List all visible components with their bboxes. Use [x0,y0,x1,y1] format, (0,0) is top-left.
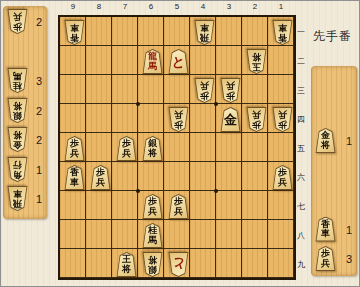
square-46[interactable] [190,162,215,190]
square-36[interactable] [216,162,241,190]
square-18[interactable] [268,220,293,248]
piece-sente-65[interactable]: 銀 将 [142,136,163,161]
square-47[interactable] [190,191,215,219]
square-87[interactable] [86,191,111,219]
piece-kanji: 飛 車 [200,21,209,42]
hand-piece-count: 2 [33,16,45,28]
rank-label-9: 九 [295,259,307,270]
piece-kanji: 香 車 [70,21,79,42]
piece-gote-33[interactable]: 歩 兵 [220,78,241,103]
square-92[interactable] [60,46,85,74]
hand-piece-count: 1 [343,135,355,147]
piece-gote-43[interactable]: 歩 兵 [194,78,215,103]
piece-kanji: 歩 兵 [226,79,235,100]
piece-kanji: 歩 兵 [278,168,287,189]
piece-sente-52[interactable]: と [168,49,189,74]
square-31[interactable] [216,17,241,45]
square-17[interactable] [268,191,293,219]
piece-gote-11[interactable]: 香 車 [272,20,293,45]
square-37[interactable] [216,191,241,219]
piece-kanji: 香 車 [321,220,330,241]
piece-kanji: 歩 兵 [122,139,131,160]
square-94[interactable] [60,104,85,132]
square-99[interactable] [60,249,85,277]
piece-gote-69[interactable]: 銀 将 [142,252,163,277]
piece-gote-41[interactable]: 飛 車 [194,20,215,45]
star-point [136,189,140,193]
rank-label-4: 四 [295,114,307,125]
hand-piece-count: 1 [343,224,355,236]
hand-piece-count: 1 [33,164,45,176]
square-58[interactable] [164,220,189,248]
piece-kanji: 香 車 [278,21,287,42]
hand-piece-count: 3 [33,75,45,87]
hand-piece-count: 1 [33,193,45,205]
square-81[interactable] [86,17,111,45]
piece-sente-34[interactable]: 金 [220,107,241,132]
piece-kanji: 歩 兵 [200,79,209,100]
hand-piece-gote-4[interactable]: 金 将 [7,127,28,152]
piece-kanji: 飛 車 [13,187,22,208]
piece-kanji: 桂 馬 [148,226,157,247]
piece-kanji: 銀 将 [148,253,157,274]
file-label-2: 2 [242,2,268,11]
hand-piece-sente-5[interactable]: 香 車 [315,217,336,242]
file-label-9: 9 [60,2,86,11]
square-78[interactable] [112,220,137,248]
hand-piece-count: 3 [343,253,355,265]
rank-label-8: 八 [295,230,307,241]
square-71[interactable] [112,17,137,45]
hand-piece-sente-2[interactable]: 金 将 [315,128,336,153]
piece-sente-75[interactable]: 歩 兵 [116,136,137,161]
piece-kanji: 歩 兵 [148,197,157,218]
piece-kanji: 角 行 [13,158,22,179]
gote-hand-tray: 歩 兵2桂 馬3銀 将2金 将2角 行1飛 車1 [3,6,47,219]
piece-sente-96[interactable]: 香 車 [64,165,85,190]
piece-kanji: 王 将 [122,255,131,276]
hand-piece-gote-0[interactable]: 歩 兵 [7,9,28,34]
square-98[interactable] [60,220,85,248]
hand-piece-count: 2 [33,134,45,146]
piece-kanji: 銀 将 [13,99,22,120]
hand-piece-sente-6[interactable]: 歩 兵 [315,246,336,271]
piece-gote-91[interactable]: 香 車 [64,20,85,45]
square-63[interactable] [138,75,163,103]
piece-gote-14[interactable]: 歩 兵 [272,107,293,132]
file-label-4: 4 [190,2,216,11]
square-88[interactable] [86,220,111,248]
file-label-3: 3 [216,2,242,11]
square-93[interactable] [60,75,85,103]
square-64[interactable] [138,104,163,132]
square-73[interactable] [112,75,137,103]
rank-label-2: 二 [295,56,307,67]
square-74[interactable] [112,104,137,132]
shogi-board: 香 車飛 車香 車龍 馬と玉 将歩 兵歩 兵歩 兵金歩 兵歩 兵歩 兵歩 兵銀 … [58,15,296,280]
square-49[interactable] [190,249,215,277]
square-76[interactable] [112,162,137,190]
hand-piece-gote-2[interactable]: 桂 馬 [7,68,28,93]
square-84[interactable] [86,104,111,132]
star-point [214,189,218,193]
piece-sente-68[interactable]: 桂 馬 [142,223,163,248]
square-42[interactable] [190,46,215,74]
square-39[interactable] [216,249,241,277]
square-21[interactable] [242,17,267,45]
file-label-5: 5 [164,2,190,11]
square-26[interactable] [242,162,267,190]
square-44[interactable] [190,104,215,132]
rank-label-6: 六 [295,172,307,183]
piece-sente-86[interactable]: 歩 兵 [90,165,111,190]
square-89[interactable] [86,249,111,277]
hand-piece-gote-5[interactable]: 角 行 [7,157,28,182]
hand-piece-gote-3[interactable]: 銀 将 [7,98,28,123]
piece-kanji: 歩 兵 [321,249,330,270]
square-45[interactable] [190,133,215,161]
piece-gote-24[interactable]: 歩 兵 [246,107,267,132]
rank-label-5: 五 [295,143,307,154]
square-53[interactable] [164,75,189,103]
hand-piece-gote-6[interactable]: 飛 車 [7,186,28,211]
piece-kanji: 金 将 [321,131,330,152]
file-label-8: 8 [86,2,112,11]
piece-kanji: 玉 将 [252,50,261,71]
square-56[interactable] [164,162,189,190]
square-27[interactable] [242,191,267,219]
square-19[interactable] [268,249,293,277]
piece-sente-62[interactable]: 龍 馬 [142,49,163,74]
square-28[interactable] [242,220,267,248]
square-38[interactable] [216,220,241,248]
square-32[interactable] [216,46,241,74]
star-point [136,102,140,106]
square-35[interactable] [216,133,241,161]
hand-piece-count: 2 [33,105,45,117]
rank-label-7: 七 [295,201,307,212]
square-29[interactable] [242,249,267,277]
square-51[interactable] [164,17,189,45]
square-82[interactable] [86,46,111,74]
shogi-app-window: 歩 兵2桂 馬3銀 将2金 将2角 行1飛 車1 金 将1香 車1歩 兵3 香 … [0,0,360,287]
piece-kanji: 歩 兵 [70,139,79,160]
square-12[interactable] [268,46,293,74]
square-48[interactable] [190,220,215,248]
piece-kanji: と [172,253,185,271]
square-55[interactable] [164,133,189,161]
file-label-7: 7 [112,2,138,11]
piece-kanji: 龍 馬 [148,52,157,73]
piece-kanji: 歩 兵 [174,108,183,129]
piece-kanji: と [172,55,185,73]
piece-kanji: 歩 兵 [96,168,105,189]
rank-label-3: 三 [295,85,307,96]
square-85[interactable] [86,133,111,161]
rank-label-1: 一 [295,27,307,38]
piece-sente-16[interactable]: 歩 兵 [272,165,293,190]
piece-kanji: 金 [224,113,237,131]
file-label-1: 1 [268,2,294,11]
piece-kanji: 金 将 [13,128,22,149]
piece-gote-59[interactable]: と [168,252,189,277]
piece-kanji: 歩 兵 [13,10,22,31]
piece-kanji: 香 車 [70,168,79,189]
piece-sente-57[interactable]: 歩 兵 [168,194,189,219]
file-label-6: 6 [138,2,164,11]
square-77[interactable] [112,191,137,219]
piece-sente-95[interactable]: 歩 兵 [64,136,85,161]
piece-kanji: 歩 兵 [278,108,287,129]
square-97[interactable] [60,191,85,219]
sente-hand-tray: 金 将1香 車1歩 兵3 [311,66,357,276]
piece-kanji: 桂 馬 [13,69,22,90]
piece-kanji: 銀 将 [148,139,157,160]
square-13[interactable] [268,75,293,103]
square-25[interactable] [242,133,267,161]
piece-sente-67[interactable]: 歩 兵 [142,194,163,219]
piece-sente-79[interactable]: 王 将 [116,252,137,277]
square-66[interactable] [138,162,163,190]
turn-indicator: 先手番 [313,28,352,45]
square-72[interactable] [112,46,137,74]
square-23[interactable] [242,75,267,103]
piece-kanji: 歩 兵 [174,197,183,218]
square-61[interactable] [138,17,163,45]
piece-kanji: 歩 兵 [252,108,261,129]
square-15[interactable] [268,133,293,161]
square-83[interactable] [86,75,111,103]
piece-gote-22[interactable]: 玉 将 [246,49,267,74]
piece-gote-54[interactable]: 歩 兵 [168,107,189,132]
